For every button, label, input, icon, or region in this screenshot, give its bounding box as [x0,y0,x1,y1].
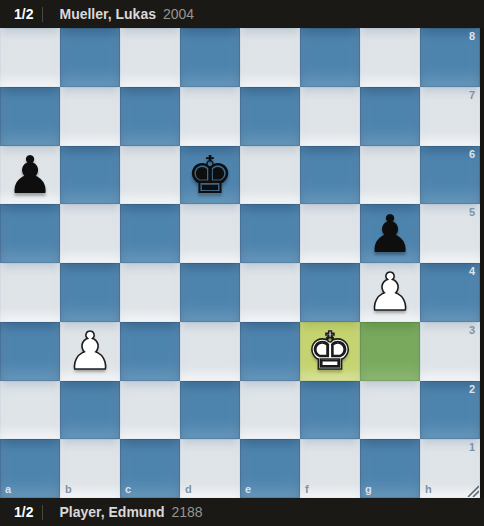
square-f6[interactable] [300,146,360,205]
square-b2[interactable] [60,381,120,440]
result-bottom: 1/2 [14,504,33,520]
square-f5[interactable] [300,204,360,263]
player-rating-bottom: 2188 [172,504,203,520]
player-bar-bottom: 1/2 Player, Edmund 2188 [0,498,484,526]
square-g7[interactable] [360,87,420,146]
square-e4[interactable] [240,263,300,322]
square-f1[interactable]: f [300,439,360,498]
square-c3[interactable] [120,322,180,381]
white-pawn[interactable]: ♟ [360,263,420,322]
black-king[interactable]: ♚ [180,146,240,205]
square-e1[interactable]: e [240,439,300,498]
black-pawn[interactable]: ♟ [0,146,60,205]
square-b5[interactable] [60,204,120,263]
square-h3[interactable]: 3 [420,322,480,381]
square-b4[interactable] [60,263,120,322]
square-d4[interactable] [180,263,240,322]
result-top: 1/2 [14,6,33,22]
rank-label-2: 2 [469,384,475,395]
rank-label-6: 6 [469,149,475,160]
square-h4[interactable]: 4 [420,263,480,322]
square-h5[interactable]: 5 [420,204,480,263]
file-label-g: g [365,484,372,495]
square-c2[interactable] [120,381,180,440]
square-b3[interactable]: ♟ [60,322,120,381]
file-label-d: d [185,484,192,495]
square-g4[interactable]: ♟ [360,263,420,322]
square-f3[interactable]: ♚ [300,322,360,381]
square-c4[interactable] [120,263,180,322]
square-b8[interactable] [60,28,120,87]
square-e7[interactable] [240,87,300,146]
square-a5[interactable] [0,204,60,263]
square-a2[interactable] [0,381,60,440]
rank-label-5: 5 [469,207,475,218]
square-d2[interactable] [180,381,240,440]
square-a3[interactable] [0,322,60,381]
square-c1[interactable]: c [120,439,180,498]
square-e2[interactable] [240,381,300,440]
square-e5[interactable] [240,204,300,263]
white-king[interactable]: ♚ [300,322,360,381]
square-e6[interactable] [240,146,300,205]
square-h2[interactable]: 2 [420,381,480,440]
square-a1[interactable]: a [0,439,60,498]
square-f2[interactable] [300,381,360,440]
file-label-h: h [425,484,432,495]
square-d8[interactable] [180,28,240,87]
rank-label-1: 1 [469,442,475,453]
chess-board[interactable]: 87♟♚6♟5♟4♟♚32abcdefgh1 [0,28,480,498]
white-pawn[interactable]: ♟ [60,322,120,381]
square-h8[interactable]: 8 [420,28,480,87]
file-label-c: c [125,484,131,495]
rank-label-4: 4 [469,266,475,277]
square-g3[interactable] [360,322,420,381]
file-label-a: a [5,484,11,495]
player-name-bottom[interactable]: Player, Edmund [59,504,164,520]
square-a7[interactable] [0,87,60,146]
square-c6[interactable] [120,146,180,205]
square-a6[interactable]: ♟ [0,146,60,205]
black-pawn[interactable]: ♟ [360,204,420,263]
file-label-b: b [65,484,72,495]
square-f8[interactable] [300,28,360,87]
square-g1[interactable]: g [360,439,420,498]
square-c7[interactable] [120,87,180,146]
file-label-e: e [245,484,251,495]
square-a4[interactable] [0,263,60,322]
square-a8[interactable] [0,28,60,87]
square-g6[interactable] [360,146,420,205]
square-d3[interactable] [180,322,240,381]
bar-separator [42,505,43,520]
file-label-f: f [305,484,309,495]
square-d7[interactable] [180,87,240,146]
player-bar-top: 1/2 Mueller, Lukas 2004 [0,0,484,28]
bar-separator [42,7,43,22]
square-h6[interactable]: 6 [420,146,480,205]
square-g5[interactable]: ♟ [360,204,420,263]
square-e3[interactable] [240,322,300,381]
square-d5[interactable] [180,204,240,263]
square-d1[interactable]: d [180,439,240,498]
square-c8[interactable] [120,28,180,87]
square-g2[interactable] [360,381,420,440]
player-name-top[interactable]: Mueller, Lukas [59,6,155,22]
square-g8[interactable] [360,28,420,87]
square-b1[interactable]: b [60,439,120,498]
square-h7[interactable]: 7 [420,87,480,146]
square-d6[interactable]: ♚ [180,146,240,205]
square-b7[interactable] [60,87,120,146]
square-f4[interactable] [300,263,360,322]
rank-label-8: 8 [469,31,475,42]
square-b6[interactable] [60,146,120,205]
square-f7[interactable] [300,87,360,146]
rank-label-3: 3 [469,325,475,336]
rank-label-7: 7 [469,90,475,101]
chess-game-view: 1/2 Mueller, Lukas 2004 87♟♚6♟5♟4♟♚32abc… [0,0,484,526]
square-e8[interactable] [240,28,300,87]
resize-handle-icon[interactable] [465,483,479,497]
player-rating-top: 2004 [163,6,194,22]
square-c5[interactable] [120,204,180,263]
